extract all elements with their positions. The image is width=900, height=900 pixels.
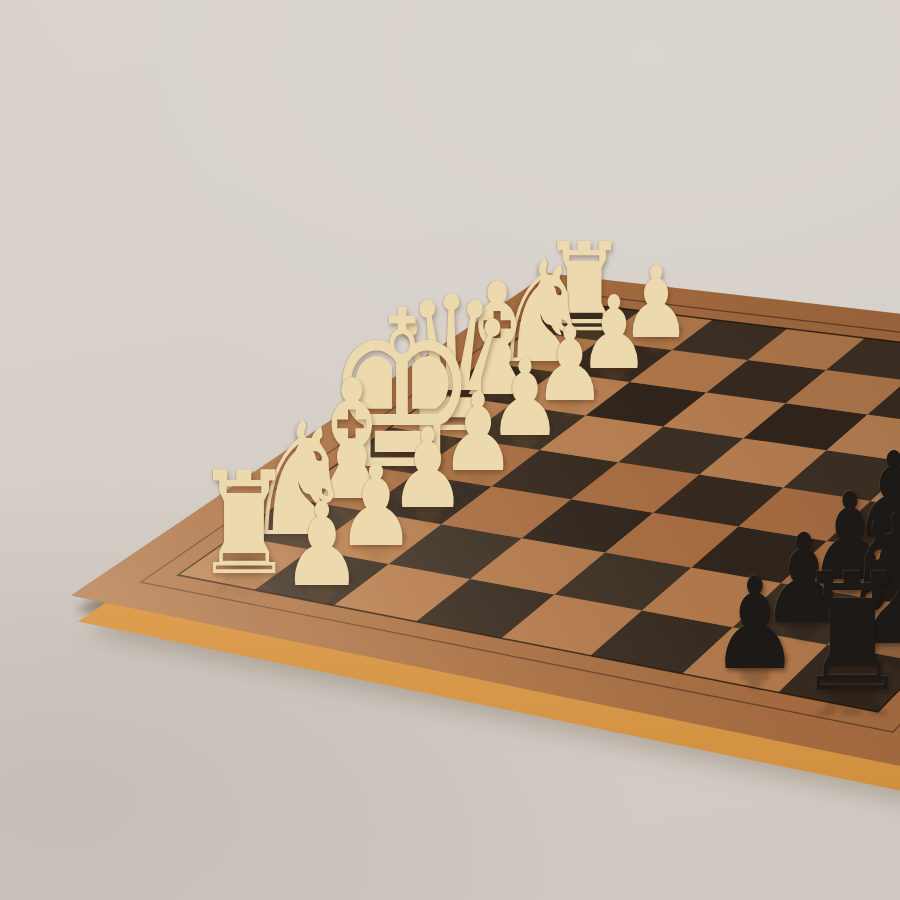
chess-piece-white-knight-b1: ♞ — [478, 243, 605, 384]
shadow-white-rook-a1 — [559, 312, 614, 329]
reflection-white-knight-g1: ♞ — [229, 402, 370, 559]
shadow-black-pawn-g7 — [772, 602, 842, 624]
reflection-black-pawn-g7: ♟ — [748, 518, 859, 642]
chess-piece-white-bishop-f1: ♝ — [278, 358, 427, 524]
reflection-black-pawn-d7: ♟ — [884, 399, 900, 514]
shadow-black-knight-g8 — [867, 619, 900, 641]
reflection-white-pawn-a2: ♟ — [611, 253, 700, 352]
reflection-white-pawn-b2: ♟ — [569, 283, 660, 385]
chess-piece-white-pawn-g2: ♟ — [325, 450, 426, 563]
chess-pieces-layer: ♜♜♟♟♞♞♟♟♝♝♟♟♛♛♟♟♚♚♟♟♟♟♝♝♜♜♟♟♟♟♞♞♞♞♟♟♟♟♜♜… — [0, 0, 900, 900]
chess-piece-black-pawn-e7: ♟ — [841, 437, 900, 555]
reflection-black-bishop-f8: ♝ — [860, 441, 900, 629]
chess-piece-black-pawn-g7: ♟ — [748, 518, 859, 642]
reflection-black-pawn-f7: ♟ — [796, 476, 900, 597]
chess-piece-white-queen-d1: ♛ — [367, 272, 535, 459]
shadow-white-pawn-a2 — [630, 321, 686, 339]
shadow-white-bishop-f1 — [324, 476, 385, 495]
shadow-black-pawn-f7 — [819, 559, 887, 580]
chess-piece-white-pawn-c2: ♟ — [524, 313, 617, 417]
reflection-black-rook-h8: ♜ — [780, 553, 900, 715]
reflection-white-pawn-h2: ♟ — [270, 488, 374, 604]
chess-piece-white-rook-a1: ♜ — [529, 227, 639, 349]
shadow-white-pawn-c2 — [544, 384, 602, 402]
reflection-white-rook-a1: ♜ — [529, 227, 639, 349]
shadow-white-pawn-d2 — [498, 418, 558, 437]
reflection-white-knight-b1: ♞ — [478, 243, 605, 384]
chess-piece-black-pawn-d7: ♟ — [884, 399, 900, 514]
shadow-white-pawn-h2 — [292, 567, 357, 587]
reflection-black-knight-g8: ♞ — [819, 493, 900, 671]
chess-piece-white-bishop-c1: ♝ — [427, 263, 566, 419]
reflection-white-queen-d1: ♛ — [367, 272, 535, 459]
chess-piece-black-knight-g8: ♞ — [819, 493, 900, 671]
shadow-white-knight-g1 — [271, 513, 334, 533]
shadow-white-bishop-c1 — [471, 374, 528, 392]
reflection-white-king-e1: ♚ — [305, 282, 500, 500]
chess-piece-white-rook-h1: ♜ — [181, 453, 308, 595]
reflection-black-king-e8: ♚ — [876, 353, 900, 599]
shadow-black-pawn-h7 — [722, 648, 794, 670]
shadow-white-pawn-f2 — [399, 489, 461, 508]
reflection-black-pawn-h7: ♟ — [698, 561, 812, 688]
reflection-black-pawn-e7: ♟ — [841, 437, 900, 555]
chess-piece-white-knight-g1: ♞ — [229, 402, 370, 559]
chess-piece-white-pawn-d2: ♟ — [478, 345, 573, 451]
reflection-white-pawn-c2: ♟ — [524, 313, 617, 417]
reflection-white-bishop-f1: ♝ — [278, 358, 427, 524]
shadow-white-queen-d1 — [424, 407, 483, 425]
reflection-white-pawn-f2: ♟ — [378, 413, 477, 524]
reflection-white-rook-h1: ♜ — [181, 453, 308, 595]
shadow-white-rook-h1 — [215, 552, 279, 572]
chess-piece-white-king-e1: ♚ — [305, 282, 500, 500]
chess-piece-white-pawn-e2: ♟ — [429, 379, 526, 487]
shadow-black-pawn-e7 — [864, 518, 900, 539]
chess-piece-black-king-e8: ♚ — [876, 353, 900, 599]
shadow-white-pawn-e2 — [449, 452, 510, 471]
chess-piece-black-pawn-h7: ♟ — [698, 561, 812, 688]
photo-scene: ♜♜♟♟♞♞♟♟♝♝♟♟♛♛♟♟♚♚♟♟♟♟♝♝♜♜♟♟♟♟♞♞♞♞♟♟♟♟♜♜… — [0, 0, 900, 900]
chess-piece-black-rook-h8: ♜ — [780, 553, 900, 715]
shadow-white-pawn-b2 — [588, 352, 645, 370]
shadow-white-pawn-g2 — [347, 527, 411, 547]
reflection-white-pawn-e2: ♟ — [429, 379, 526, 487]
shadow-black-rook-h8 — [819, 666, 892, 689]
shadow-white-knight-b1 — [515, 343, 571, 361]
chess-piece-white-pawn-h2: ♟ — [270, 488, 374, 604]
reflection-white-pawn-g2: ♟ — [325, 450, 426, 563]
chess-piece-white-pawn-a2: ♟ — [611, 253, 700, 352]
chess-piece-black-pawn-f7: ♟ — [796, 476, 900, 597]
reflection-white-bishop-c1: ♝ — [427, 263, 566, 419]
chess-piece-black-bishop-f8: ♝ — [860, 441, 900, 629]
chess-piece-white-pawn-b2: ♟ — [569, 283, 660, 385]
chess-piece-white-pawn-f2: ♟ — [378, 413, 477, 524]
shadow-white-king-e1 — [375, 441, 435, 460]
reflection-white-pawn-d2: ♟ — [478, 345, 573, 451]
